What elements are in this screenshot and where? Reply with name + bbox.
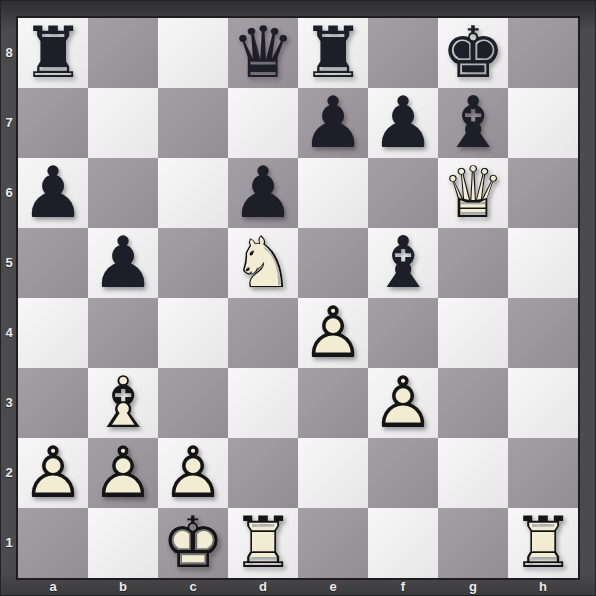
black-pawn-e7[interactable]: ♟ xyxy=(298,88,368,158)
black-pawn-glyph: ♟ xyxy=(298,88,368,158)
square-e2[interactable] xyxy=(298,438,368,508)
black-pawn-glyph: ♟ xyxy=(18,158,88,228)
square-g6[interactable]: ♛♕ xyxy=(438,158,508,228)
square-b1[interactable] xyxy=(88,508,158,578)
white-pawn-outline: ♙ xyxy=(298,298,368,368)
square-g3[interactable] xyxy=(438,368,508,438)
white-bishop-b3[interactable]: ♝♗ xyxy=(88,368,158,438)
square-h4[interactable] xyxy=(508,298,578,368)
square-c5[interactable] xyxy=(158,228,228,298)
white-rook-outline: ♖ xyxy=(508,508,578,578)
square-f5[interactable]: ♝ xyxy=(368,228,438,298)
square-h6[interactable] xyxy=(508,158,578,228)
square-f7[interactable]: ♟ xyxy=(368,88,438,158)
square-a2[interactable]: ♟♙ xyxy=(18,438,88,508)
file-label-c: c xyxy=(158,578,228,596)
black-rook-glyph: ♜ xyxy=(18,18,88,88)
square-h7[interactable] xyxy=(508,88,578,158)
square-e6[interactable] xyxy=(298,158,368,228)
square-d4[interactable] xyxy=(228,298,298,368)
black-king-g8[interactable]: ♚ xyxy=(438,18,508,88)
rank-label-5: 5 xyxy=(0,228,18,298)
rank-label-4: 4 xyxy=(0,298,18,368)
white-rook-d1[interactable]: ♜♖ xyxy=(228,508,298,578)
chess-board: ♜♛♜♚♟♟♝♟♟♛♕♟♞♘♝♟♙♝♗♟♙♟♙♟♙♟♙♚♔♜♖♜♖ xyxy=(18,18,578,578)
black-bishop-glyph: ♝ xyxy=(438,88,508,158)
square-d6[interactable]: ♟ xyxy=(228,158,298,228)
white-pawn-outline: ♙ xyxy=(368,368,438,438)
white-pawn-e4[interactable]: ♟♙ xyxy=(298,298,368,368)
square-b2[interactable]: ♟♙ xyxy=(88,438,158,508)
black-rook-a8[interactable]: ♜ xyxy=(18,18,88,88)
square-c8[interactable] xyxy=(158,18,228,88)
square-g4[interactable] xyxy=(438,298,508,368)
square-c7[interactable] xyxy=(158,88,228,158)
square-h8[interactable] xyxy=(508,18,578,88)
square-d5[interactable]: ♞♘ xyxy=(228,228,298,298)
square-a1[interactable] xyxy=(18,508,88,578)
black-pawn-a6[interactable]: ♟ xyxy=(18,158,88,228)
white-pawn-a2[interactable]: ♟♙ xyxy=(18,438,88,508)
square-d3[interactable] xyxy=(228,368,298,438)
rank-label-7: 7 xyxy=(0,88,18,158)
square-e7[interactable]: ♟ xyxy=(298,88,368,158)
white-rook-outline: ♖ xyxy=(228,508,298,578)
black-bishop-g7[interactable]: ♝ xyxy=(438,88,508,158)
square-f3[interactable]: ♟♙ xyxy=(368,368,438,438)
square-g1[interactable] xyxy=(438,508,508,578)
square-d7[interactable] xyxy=(228,88,298,158)
white-pawn-c2[interactable]: ♟♙ xyxy=(158,438,228,508)
square-b7[interactable] xyxy=(88,88,158,158)
square-a5[interactable] xyxy=(18,228,88,298)
square-e4[interactable]: ♟♙ xyxy=(298,298,368,368)
white-queen-g6[interactable]: ♛♕ xyxy=(438,158,508,228)
square-h2[interactable] xyxy=(508,438,578,508)
black-rook-glyph: ♜ xyxy=(298,18,368,88)
square-c3[interactable] xyxy=(158,368,228,438)
square-f1[interactable] xyxy=(368,508,438,578)
square-c4[interactable] xyxy=(158,298,228,368)
square-f2[interactable] xyxy=(368,438,438,508)
white-pawn-f3[interactable]: ♟♙ xyxy=(368,368,438,438)
white-pawn-outline: ♙ xyxy=(158,438,228,508)
square-f8[interactable] xyxy=(368,18,438,88)
file-label-b: b xyxy=(88,578,158,596)
square-a8[interactable]: ♜ xyxy=(18,18,88,88)
square-h5[interactable] xyxy=(508,228,578,298)
white-pawn-outline: ♙ xyxy=(88,438,158,508)
square-a6[interactable]: ♟ xyxy=(18,158,88,228)
square-g2[interactable] xyxy=(438,438,508,508)
white-pawn-b2[interactable]: ♟♙ xyxy=(88,438,158,508)
black-bishop-glyph: ♝ xyxy=(368,228,438,298)
square-e1[interactable] xyxy=(298,508,368,578)
square-d2[interactable] xyxy=(228,438,298,508)
white-knight-outline: ♘ xyxy=(228,228,298,298)
square-b3[interactable]: ♝♗ xyxy=(88,368,158,438)
square-b4[interactable] xyxy=(88,298,158,368)
rank-label-8: 8 xyxy=(0,18,18,88)
black-rook-e8[interactable]: ♜ xyxy=(298,18,368,88)
square-c6[interactable] xyxy=(158,158,228,228)
black-pawn-glyph: ♟ xyxy=(368,88,438,158)
square-e5[interactable] xyxy=(298,228,368,298)
black-pawn-glyph: ♟ xyxy=(228,158,298,228)
file-label-d: d xyxy=(228,578,298,596)
rank-label-3: 3 xyxy=(0,368,18,438)
white-king-outline: ♔ xyxy=(158,508,228,578)
square-e8[interactable]: ♜ xyxy=(298,18,368,88)
square-d8[interactable]: ♛ xyxy=(228,18,298,88)
white-king-c1[interactable]: ♚♔ xyxy=(158,508,228,578)
black-pawn-d6[interactable]: ♟ xyxy=(228,158,298,228)
white-knight-d5[interactable]: ♞♘ xyxy=(228,228,298,298)
square-b8[interactable] xyxy=(88,18,158,88)
black-pawn-glyph: ♟ xyxy=(88,228,158,298)
white-bishop-outline: ♗ xyxy=(88,368,158,438)
square-g8[interactable]: ♚ xyxy=(438,18,508,88)
chessboard-frame: ♜♛♜♚♟♟♝♟♟♛♕♟♞♘♝♟♙♝♗♟♙♟♙♟♙♟♙♚♔♜♖♜♖ 876543… xyxy=(0,0,596,596)
square-c2[interactable]: ♟♙ xyxy=(158,438,228,508)
square-h3[interactable] xyxy=(508,368,578,438)
square-g7[interactable]: ♝ xyxy=(438,88,508,158)
white-rook-h1[interactable]: ♜♖ xyxy=(508,508,578,578)
black-queen-glyph: ♛ xyxy=(228,18,298,88)
white-pawn-outline: ♙ xyxy=(18,438,88,508)
square-h1[interactable]: ♜♖ xyxy=(508,508,578,578)
black-king-glyph: ♚ xyxy=(438,18,508,88)
rank-label-1: 1 xyxy=(0,508,18,578)
rank-label-6: 6 xyxy=(0,158,18,228)
square-f4[interactable] xyxy=(368,298,438,368)
square-b6[interactable] xyxy=(88,158,158,228)
file-label-e: e xyxy=(298,578,368,596)
file-label-f: f xyxy=(368,578,438,596)
file-label-g: g xyxy=(438,578,508,596)
square-b5[interactable]: ♟ xyxy=(88,228,158,298)
square-c1[interactable]: ♚♔ xyxy=(158,508,228,578)
black-pawn-f7[interactable]: ♟ xyxy=(368,88,438,158)
square-d1[interactable]: ♜♖ xyxy=(228,508,298,578)
square-g5[interactable] xyxy=(438,228,508,298)
square-f6[interactable] xyxy=(368,158,438,228)
file-label-h: h xyxy=(508,578,578,596)
rank-label-2: 2 xyxy=(0,438,18,508)
black-queen-d8[interactable]: ♛ xyxy=(228,18,298,88)
file-label-a: a xyxy=(18,578,88,596)
square-a7[interactable] xyxy=(18,88,88,158)
white-queen-outline: ♕ xyxy=(438,158,508,228)
black-pawn-b5[interactable]: ♟ xyxy=(88,228,158,298)
square-a3[interactable] xyxy=(18,368,88,438)
square-a4[interactable] xyxy=(18,298,88,368)
square-e3[interactable] xyxy=(298,368,368,438)
black-bishop-f5[interactable]: ♝ xyxy=(368,228,438,298)
